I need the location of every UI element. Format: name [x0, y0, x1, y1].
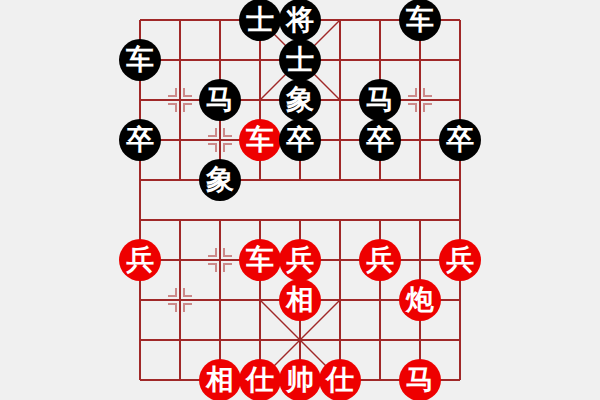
black-pawn[interactable]: 卒 — [359, 119, 401, 161]
red-pawn[interactable]: 兵 — [119, 239, 161, 281]
red-pawn[interactable]: 兵 — [359, 239, 401, 281]
black-horse[interactable]: 马 — [359, 79, 401, 121]
red-advisor[interactable]: 仕 — [319, 359, 361, 400]
black-elephant[interactable]: 象 — [199, 159, 241, 201]
black-pawn[interactable]: 卒 — [119, 119, 161, 161]
red-horse[interactable]: 马 — [399, 359, 441, 400]
black-horse[interactable]: 马 — [199, 79, 241, 121]
xiangqi-board: 士将车车士马象马卒车卒卒卒象兵车兵兵兵相炮相仕帅仕马 — [0, 0, 600, 400]
black-pawn[interactable]: 卒 — [279, 119, 321, 161]
red-chariot[interactable]: 车 — [239, 119, 281, 161]
red-advisor[interactable]: 仕 — [239, 359, 281, 400]
black-chariot[interactable]: 车 — [119, 39, 161, 81]
red-pawn[interactable]: 兵 — [279, 239, 321, 281]
red-pawn[interactable]: 兵 — [439, 239, 481, 281]
black-advisor[interactable]: 士 — [279, 39, 321, 81]
red-cannon[interactable]: 炮 — [399, 279, 441, 321]
red-elephant[interactable]: 相 — [279, 279, 321, 321]
black-advisor[interactable]: 士 — [239, 0, 281, 41]
red-general[interactable]: 帅 — [279, 359, 321, 400]
black-chariot[interactable]: 车 — [399, 0, 441, 41]
black-elephant[interactable]: 象 — [279, 79, 321, 121]
red-chariot[interactable]: 车 — [239, 239, 281, 281]
black-general[interactable]: 将 — [279, 0, 321, 41]
black-pawn[interactable]: 卒 — [439, 119, 481, 161]
red-elephant[interactable]: 相 — [199, 359, 241, 400]
